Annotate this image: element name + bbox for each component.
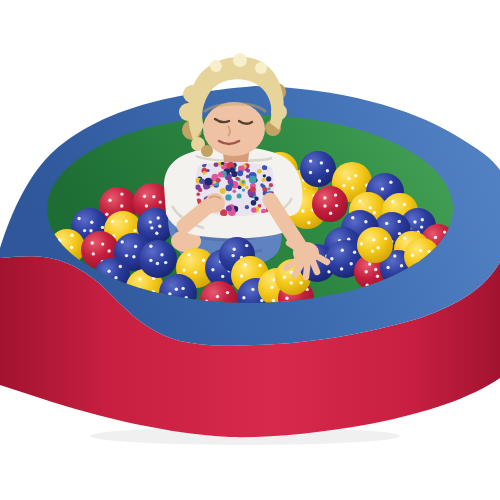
play-ball: [139, 240, 177, 278]
scene-canvas: [0, 0, 500, 500]
play-ball: [357, 227, 393, 263]
play-ball: [312, 186, 348, 222]
ball-pit-photo: [0, 0, 500, 500]
child: [164, 53, 302, 267]
child-face: [203, 102, 265, 156]
play-ball: [300, 151, 336, 187]
